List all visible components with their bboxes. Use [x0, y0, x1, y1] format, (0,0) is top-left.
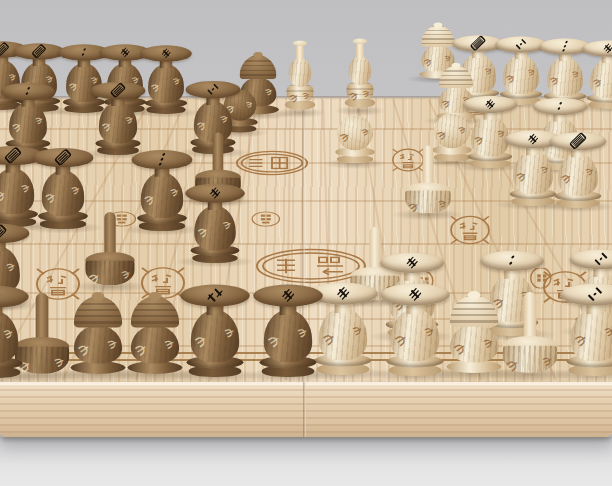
bird-engraving: Ψ [361, 88, 371, 98]
bird-engraving: Ψ [301, 90, 311, 100]
piece-dark-mushroom[interactable]: ΨΨ [89, 82, 147, 155]
piece-light-handle[interactable]: ΨΨ [496, 292, 563, 376]
piece-light-handle[interactable]: ΨΨ [400, 146, 456, 216]
piece-light-vase[interactable]: ΨΨ [340, 38, 380, 112]
piece-light-mushroom[interactable]: ΨΨ [548, 132, 608, 208]
piece-dark-mushroom[interactable]: ΨΨ [0, 83, 57, 155]
piece-light-mushroom[interactable]: ΨΨ [378, 284, 452, 376]
piece-dark-handle[interactable]: ΨΨ [80, 212, 141, 288]
bird-engraving: Ψ [348, 89, 361, 101]
studio-floor [0, 437, 612, 486]
piece-dark-mushroom[interactable]: ΨΨ [178, 285, 252, 377]
piece-dark-mushroom[interactable]: ΨΨ [0, 286, 31, 378]
piece-light-mushroom[interactable]: ΨΨ [558, 284, 612, 376]
piece-dark-mushroom[interactable]: ΨΨ [251, 285, 325, 377]
render-scene: ΨΨ ΨΨ ΨΨ ΨΨ ΨΨ ΨΨ ΨΨ ΨΨ ΨΨ ΨΨ ΨΨ ΨΨ ΨΨ Ψ… [0, 0, 612, 486]
piece-light-ball[interactable]: ΨΨ [330, 116, 379, 165]
piece-dark-mushroom[interactable]: ΨΨ [184, 184, 247, 263]
piece-light-vase[interactable]: ΨΨ [280, 40, 320, 114]
box-front-seam [303, 382, 306, 437]
station-marker [247, 210, 297, 228]
box-front-lip [0, 382, 612, 385]
box-front-face [0, 382, 612, 437]
bird-engraving: Ψ [288, 91, 301, 103]
